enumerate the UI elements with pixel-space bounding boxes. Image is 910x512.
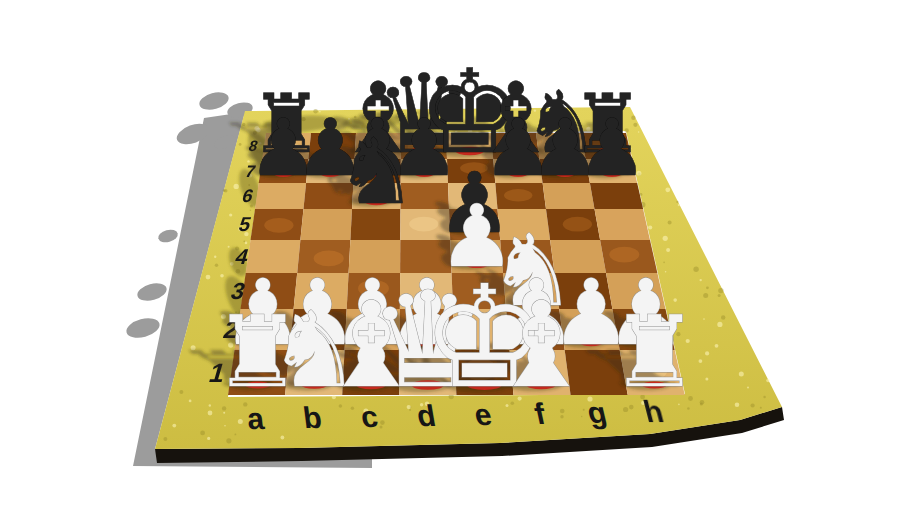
white-rook-glyph: ♜ (610, 294, 698, 409)
border-speckle (700, 279, 702, 281)
border-speckle (229, 213, 232, 216)
border-speckle (214, 256, 216, 258)
square-h5[interactable] (595, 209, 651, 240)
border-speckle (250, 209, 252, 211)
border-speckle (705, 378, 708, 381)
border-speckle (207, 437, 210, 440)
border-speckle (209, 404, 211, 406)
piece-black-pawn-h7[interactable]: ♟ (577, 102, 648, 194)
square-marble-blotch (264, 218, 293, 233)
piece-white-bishop-f1[interactable]: ♝ (488, 276, 594, 414)
border-speckle (228, 246, 230, 248)
border-speckle (700, 400, 705, 405)
border-speckle (717, 322, 722, 327)
border-speckle (208, 411, 213, 416)
border-speckle (666, 248, 670, 252)
chessboard-scene: 87654321abcdefgh♜♝♛♚♝♞♜♟♟♟♟♟♟♟♞♟♟♞♟♟♟♟♟♟… (0, 0, 910, 512)
border-speckle (163, 437, 167, 441)
border-speckle (224, 425, 226, 427)
border-speckle (721, 315, 725, 319)
black-pawn-glyph: ♟ (577, 102, 648, 194)
border-speckle (668, 221, 672, 225)
border-speckle (678, 204, 680, 206)
border-speckle (234, 184, 239, 189)
ground-shadow-piece-blob (124, 315, 162, 341)
border-speckle (693, 267, 698, 272)
border-speckle (703, 293, 708, 298)
border-speckle (703, 318, 705, 320)
border-speckle (766, 379, 770, 383)
border-speckle (699, 359, 703, 363)
black-knight-glyph: ♞ (336, 118, 418, 224)
border-speckle (763, 396, 765, 398)
piece-white-rook-h1[interactable]: ♜ (610, 294, 698, 409)
border-speckle (200, 431, 205, 436)
border-speckle (718, 294, 721, 297)
border-speckle (560, 415, 563, 418)
border-speckle (747, 387, 749, 389)
border-speckle (751, 403, 755, 407)
border-speckle (243, 240, 245, 242)
border-speckle (715, 344, 719, 348)
border-speckle (705, 351, 709, 355)
chessboard: 87654321abcdefgh♜♝♛♚♝♞♜♟♟♟♟♟♟♟♞♟♟♞♟♟♟♟♟♟… (0, 0, 910, 512)
ground-shadow-piece-blob (197, 89, 230, 112)
border-speckle (238, 419, 243, 424)
border-speckle (760, 407, 762, 409)
border-speckle (676, 201, 678, 203)
white-bishop-glyph: ♝ (488, 276, 594, 414)
border-speckle (380, 420, 385, 425)
border-speckle (581, 416, 582, 417)
border-speckle (189, 400, 192, 403)
border-speckle (739, 371, 744, 376)
border-speckle (235, 434, 237, 436)
ground-shadow-piece-blob (135, 280, 168, 303)
border-speckle (215, 264, 218, 267)
border-speckle (179, 390, 183, 394)
border-speckle (735, 402, 740, 407)
border-speckle (206, 275, 211, 280)
ground-shadow-piece-blob (157, 228, 179, 245)
border-speckle (718, 288, 723, 293)
border-speckle (226, 438, 231, 443)
border-speckle (172, 424, 176, 428)
border-speckle (281, 436, 285, 440)
border-speckle (665, 187, 670, 192)
border-speckle (706, 286, 709, 289)
border-speckle (380, 425, 383, 428)
border-speckle (224, 189, 227, 192)
border-speckle (648, 225, 652, 229)
border-speckle (663, 236, 668, 241)
border-speckle (223, 412, 225, 414)
piece-black-knight-c6[interactable]: ♞ (336, 118, 418, 224)
